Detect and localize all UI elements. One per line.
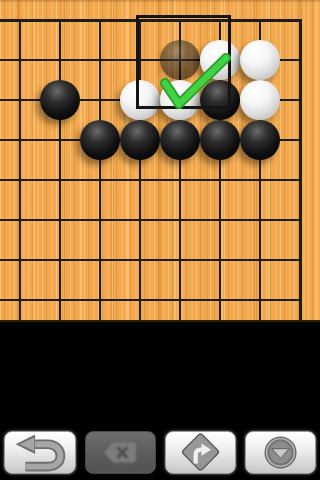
black-stone (80, 120, 120, 160)
grid-line-h (0, 179, 302, 181)
grid-line-h (0, 259, 302, 261)
black-stone (120, 120, 160, 160)
next-move-button[interactable] (165, 431, 236, 474)
go-board[interactable] (0, 0, 320, 322)
collapse-button[interactable] (245, 431, 316, 474)
problem-highlight-rect (136, 15, 231, 109)
white-stone (240, 40, 280, 80)
backspace-icon (86, 431, 155, 474)
turn-right-diamond-icon (166, 431, 235, 474)
black-stone (160, 120, 200, 160)
delete-button[interactable] (85, 431, 156, 474)
black-stone (200, 120, 240, 160)
undo-arrow-icon (5, 431, 75, 474)
bottom-toolbar (0, 431, 320, 474)
undo-button[interactable] (4, 431, 76, 474)
white-stone (240, 80, 280, 120)
grid-line-v (299, 19, 302, 320)
grid-line-v (99, 19, 101, 320)
grid-line-v (19, 19, 21, 320)
grid-line-h (0, 219, 302, 221)
app-screen (0, 0, 320, 480)
down-triangle-circle-icon (246, 431, 315, 474)
grid-line-v (59, 19, 61, 320)
black-stone (40, 80, 80, 120)
grid-line-h (0, 299, 302, 301)
black-stone (240, 120, 280, 160)
